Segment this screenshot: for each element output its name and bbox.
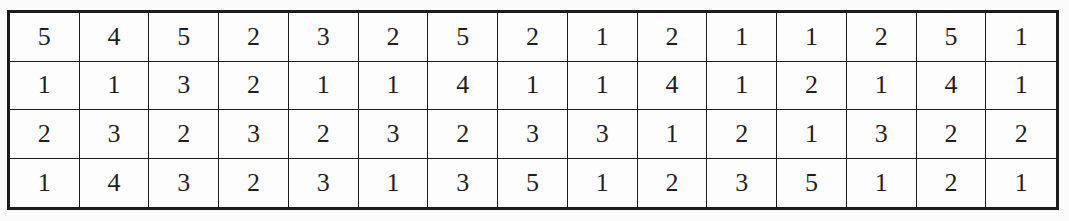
grid-cell-r1-c7: 5 [428,13,498,62]
grid-cell-r1-c4: 2 [219,13,289,62]
grid-cell-r3-c8: 3 [498,110,568,159]
grid-cell-r2-c1: 1 [10,62,80,111]
grid-cell-r1-c3: 5 [149,13,219,62]
grid-cell-r2-c14: 4 [917,62,987,111]
grid-cell-r3-c13: 3 [847,110,917,159]
grid-cell-r2-c7: 4 [428,62,498,111]
grid-cell-r3-c7: 2 [428,110,498,159]
grid-cell-r3-c1: 2 [10,110,80,159]
grid-cell-r1-c11: 1 [707,13,777,62]
grid-cell-r4-c9: 1 [568,159,638,208]
grid-cell-r4-c8: 5 [498,159,568,208]
grid-cell-r3-c3: 2 [149,110,219,159]
grid-cell-r1-c9: 1 [568,13,638,62]
grid-cell-r2-c11: 1 [707,62,777,111]
grid-cell-r3-c12: 1 [777,110,847,159]
number-grid-board: 5452325212112511132114114121412323232331… [7,10,1059,210]
grid-cell-r1-c14: 5 [917,13,987,62]
grid-cell-r2-c15: 1 [986,62,1056,111]
grid-cell-r4-c14: 2 [917,159,987,208]
grid-cell-r3-c9: 3 [568,110,638,159]
grid-cell-r1-c15: 1 [986,13,1056,62]
grid-cell-r4-c2: 4 [80,159,150,208]
grid-cell-r3-c10: 1 [638,110,708,159]
grid-cell-r1-c8: 2 [498,13,568,62]
grid-cell-r4-c4: 2 [219,159,289,208]
grid-cell-r2-c3: 3 [149,62,219,111]
grid-cell-r4-c15: 1 [986,159,1056,208]
grid-cell-r4-c3: 3 [149,159,219,208]
grid-cell-r2-c10: 4 [638,62,708,111]
grid-cell-r4-c1: 1 [10,159,80,208]
grid-cell-r3-c6: 3 [359,110,429,159]
grid-cell-r4-c12: 5 [777,159,847,208]
grid-cell-r1-c5: 3 [289,13,359,62]
grid-cell-r1-c2: 4 [80,13,150,62]
grid-cell-r2-c12: 2 [777,62,847,111]
grid-cell-r2-c6: 1 [359,62,429,111]
grid-cell-r4-c5: 3 [289,159,359,208]
grid-cell-r2-c9: 1 [568,62,638,111]
grid-cell-r4-c7: 3 [428,159,498,208]
grid-cell-r2-c4: 2 [219,62,289,111]
grid-cell-r3-c2: 3 [80,110,150,159]
grid-cell-r1-c1: 5 [10,13,80,62]
grid-cell-r4-c6: 1 [359,159,429,208]
grid-cell-r2-c2: 1 [80,62,150,111]
grid-cell-r3-c11: 2 [707,110,777,159]
grid-cell-r4-c13: 1 [847,159,917,208]
grid-cell-r1-c13: 2 [847,13,917,62]
grid-cell-r3-c15: 2 [986,110,1056,159]
grid-cell-r3-c14: 2 [917,110,987,159]
number-grid: 5452325212112511132114114121412323232331… [10,13,1056,207]
grid-cell-r4-c10: 2 [638,159,708,208]
grid-cell-r2-c5: 1 [289,62,359,111]
grid-cell-r2-c13: 1 [847,62,917,111]
grid-cell-r2-c8: 1 [498,62,568,111]
grid-cell-r3-c5: 2 [289,110,359,159]
grid-cell-r1-c6: 2 [359,13,429,62]
grid-cell-r3-c4: 3 [219,110,289,159]
grid-cell-r1-c10: 2 [638,13,708,62]
grid-cell-r1-c12: 1 [777,13,847,62]
grid-cell-r4-c11: 3 [707,159,777,208]
